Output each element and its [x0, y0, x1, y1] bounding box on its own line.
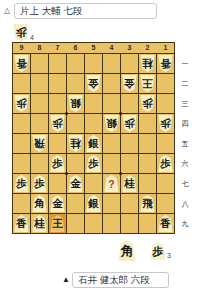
hand-piece-歩[interactable]: 歩 — [13, 24, 29, 42]
square-6-9[interactable] — [67, 214, 84, 233]
square-1-5[interactable] — [157, 134, 174, 153]
piece-銀-gote: 銀 — [104, 115, 119, 132]
square-9-3[interactable]: 歩 — [13, 94, 30, 113]
square-3-7[interactable]: 桂 — [121, 174, 138, 193]
rank-label-1: 一 — [179, 54, 191, 74]
square-5-5[interactable]: 銀 — [85, 134, 102, 153]
square-4-1[interactable] — [103, 54, 120, 73]
square-8-5[interactable]: 飛 — [31, 134, 48, 153]
square-7-9[interactable]: 王 — [49, 214, 66, 233]
piece-歩-gote: 歩 — [140, 95, 155, 112]
square-2-8[interactable]: 飛 — [139, 194, 156, 213]
square-3-2[interactable]: 金 — [121, 74, 138, 93]
square-7-4[interactable]: 歩 — [49, 114, 66, 133]
square-1-1[interactable]: 香 — [157, 54, 174, 73]
rank-label-6: 六 — [179, 154, 191, 174]
square-2-9[interactable] — [139, 214, 156, 233]
square-5-1[interactable] — [85, 54, 102, 73]
square-1-2[interactable] — [157, 74, 174, 93]
piece-歩-sente: 歩 — [158, 155, 173, 172]
square-1-9[interactable]: 香 — [157, 214, 174, 233]
piece-飛-sente: 飛 — [140, 195, 155, 212]
piece-歩-sente: 歩 — [14, 175, 29, 192]
rank-label-2: 二 — [179, 74, 191, 94]
square-4-6[interactable] — [103, 154, 120, 173]
square-9-1[interactable]: 香 — [13, 54, 30, 73]
piece-香-sente: 香 — [158, 215, 173, 232]
rank-label-5: 五 — [179, 134, 191, 154]
square-4-5[interactable] — [103, 134, 120, 153]
piece-桂-sente: 桂 — [32, 215, 47, 232]
file-label-6: 6 — [67, 43, 84, 53]
board-grid: 香桂香金金王歩銀歩歩銀歩歩飛桂銀歩歩歩歩歩金?桂角金銀飛香桂王香 — [13, 53, 174, 233]
square-9-7[interactable]: 歩 — [13, 174, 30, 193]
file-label-1: 1 — [157, 43, 174, 53]
square-8-8[interactable]: 角 — [31, 194, 48, 213]
square-7-5[interactable] — [49, 134, 66, 153]
square-5-4[interactable] — [85, 114, 102, 133]
square-5-3[interactable] — [85, 94, 102, 113]
piece-歩-gote: 歩 — [14, 95, 29, 112]
piece-香-gote: 香 — [14, 55, 29, 72]
piece-金-sente: 金 — [50, 195, 65, 212]
piece-王-gote: 王 — [140, 75, 155, 92]
square-3-4[interactable]: 歩 — [121, 114, 138, 133]
piece-金-gote: 金 — [122, 75, 137, 92]
square-1-6[interactable]: 歩 — [157, 154, 174, 173]
rank-label-9: 九 — [179, 214, 191, 234]
piece-歩-gote: 歩 — [122, 115, 137, 132]
square-6-4[interactable] — [67, 114, 84, 133]
piece-歩-gote: 歩 — [50, 115, 65, 132]
piece-香-sente: 香 — [14, 215, 29, 232]
square-6-5[interactable]: 桂 — [67, 134, 84, 153]
square-8-2[interactable] — [31, 74, 48, 93]
piece-銀-sente: 銀 — [86, 135, 101, 152]
square-2-1[interactable]: 桂 — [139, 54, 156, 73]
square-4-7[interactable]: ? — [103, 174, 120, 193]
piece-歩-sente: 歩 — [32, 175, 47, 192]
hoshi-dot — [65, 172, 68, 175]
piece-桂-sente: 桂 — [122, 175, 137, 192]
hand-count: 4 — [30, 34, 34, 41]
square-9-4[interactable] — [13, 114, 30, 133]
file-label-3: 3 — [121, 43, 138, 53]
hoshi-dot — [119, 112, 122, 115]
square-6-8[interactable] — [67, 194, 84, 213]
square-1-7[interactable] — [157, 174, 174, 193]
hand-count: 3 — [167, 252, 171, 259]
piece-角-sente: 角 — [32, 195, 47, 212]
rank-label-3: 三 — [179, 94, 191, 114]
square-1-8[interactable] — [157, 194, 174, 213]
rank-label-7: 七 — [179, 174, 191, 194]
shogi-board: 987654321 香桂香金金王歩銀歩歩銀歩歩飛桂銀歩歩歩歩歩金?桂角金銀飛香桂… — [12, 42, 175, 234]
piece-王-sente: 王 — [50, 215, 65, 232]
square-3-6[interactable] — [121, 154, 138, 173]
square-1-4[interactable]: 歩 — [157, 114, 174, 133]
square-3-5[interactable] — [121, 134, 138, 153]
square-5-2[interactable]: 金 — [85, 74, 102, 93]
square-4-4[interactable]: 銀 — [103, 114, 120, 133]
square-7-7[interactable] — [49, 174, 66, 193]
square-2-3[interactable]: 歩 — [139, 94, 156, 113]
file-label-5: 5 — [85, 43, 102, 53]
square-1-3[interactable] — [157, 94, 174, 113]
piece-桂-gote: 桂 — [68, 135, 83, 152]
piece-金-gote: 金 — [86, 75, 101, 92]
square-9-9[interactable]: 香 — [13, 214, 30, 233]
square-3-1[interactable] — [121, 54, 138, 73]
square-3-8[interactable] — [121, 194, 138, 213]
square-9-5[interactable] — [13, 134, 30, 153]
piece-歩-sente: 歩 — [50, 155, 65, 172]
square-7-2[interactable] — [49, 74, 66, 93]
file-label-7: 7 — [49, 43, 66, 53]
rank-labels: 一二三四五六七八九 — [179, 54, 191, 234]
rank-label-4: 四 — [179, 114, 191, 134]
square-8-6[interactable] — [31, 154, 48, 173]
square-2-5[interactable] — [139, 134, 156, 153]
hand-piece-角[interactable]: 角 — [118, 240, 136, 261]
hand-piece-歩[interactable]: 歩 — [150, 242, 166, 260]
square-2-7[interactable] — [139, 174, 156, 193]
gote-name-input[interactable]: 片上 大輔 七段 — [14, 3, 157, 19]
file-label-2: 2 — [139, 43, 156, 53]
file-labels: 987654321 — [13, 43, 174, 53]
square-3-3[interactable] — [121, 94, 138, 113]
square-7-3[interactable] — [49, 94, 66, 113]
square-4-8[interactable] — [103, 194, 120, 213]
square-8-3[interactable] — [31, 94, 48, 113]
sente-mark: ▲ — [62, 275, 70, 284]
square-6-2[interactable] — [67, 74, 84, 93]
square-5-7[interactable] — [85, 174, 102, 193]
piece-金-sente: 金 — [68, 175, 83, 192]
piece-歩-gote: 歩 — [158, 115, 173, 132]
sente-name-input[interactable]: 石井 健太郎 六段 — [72, 272, 169, 288]
square-2-4[interactable] — [139, 114, 156, 133]
square-7-6[interactable]: 歩 — [49, 154, 66, 173]
square-2-2[interactable]: 王 — [139, 74, 156, 93]
gote-mark: △ — [4, 6, 10, 15]
square-2-6[interactable] — [139, 154, 156, 173]
square-6-3[interactable]: 銀 — [67, 94, 84, 113]
square-4-9[interactable] — [103, 214, 120, 233]
square-5-8[interactable]: 銀 — [85, 194, 102, 213]
square-5-6[interactable]: 歩 — [85, 154, 102, 173]
piece-香-gote: 香 — [158, 55, 173, 72]
file-label-8: 8 — [31, 43, 48, 53]
square-7-8[interactable]: 金 — [49, 194, 66, 213]
square-5-9[interactable] — [85, 214, 102, 233]
piece-桂-gote: 桂 — [140, 55, 155, 72]
square-8-7[interactable]: 歩 — [31, 174, 48, 193]
square-6-1[interactable] — [67, 54, 84, 73]
square-9-2[interactable] — [13, 74, 30, 93]
piece-歩-sente: 歩 — [86, 155, 101, 172]
rank-label-8: 八 — [179, 194, 191, 214]
square-8-1[interactable] — [31, 54, 48, 73]
square-9-8[interactable] — [13, 194, 30, 213]
piece-銀-sente: 銀 — [86, 195, 101, 212]
file-label-4: 4 — [103, 43, 120, 53]
hoshi-dot — [65, 112, 68, 115]
square-8-4[interactable] — [31, 114, 48, 133]
square-9-6[interactable] — [13, 154, 30, 173]
square-6-7[interactable]: 金 — [67, 174, 84, 193]
square-6-6[interactable] — [67, 154, 84, 173]
piece-銀-gote: 銀 — [68, 95, 83, 112]
square-4-3[interactable] — [103, 94, 120, 113]
quiz-marker: ? — [104, 175, 119, 192]
piece-飛-gote: 飛 — [32, 135, 47, 152]
square-7-1[interactable] — [49, 54, 66, 73]
hoshi-dot — [119, 172, 122, 175]
square-3-9[interactable] — [121, 214, 138, 233]
shogi-app-screen: △ 片上 大輔 七段 4歩 987654321 香桂香金金王歩銀歩歩銀歩歩飛桂銀… — [0, 0, 204, 300]
file-label-9: 9 — [13, 43, 30, 53]
square-8-9[interactable]: 桂 — [31, 214, 48, 233]
square-4-2[interactable] — [103, 74, 120, 93]
